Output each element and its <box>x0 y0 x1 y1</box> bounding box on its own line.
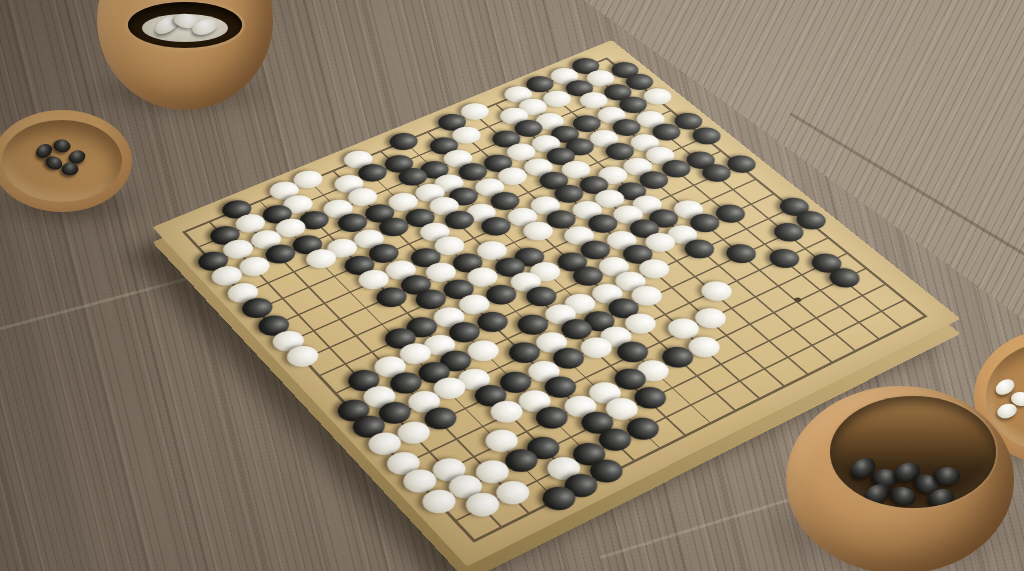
go-scene <box>0 0 1024 571</box>
black-stone-bowl[interactable] <box>786 386 1014 571</box>
lid-interior <box>2 120 122 202</box>
black-bowl-stone[interactable] <box>888 484 917 507</box>
black-bowl-stone[interactable] <box>934 467 961 486</box>
bowl-opening <box>128 2 242 48</box>
bowl-opening <box>830 396 996 508</box>
black-bowl-stone[interactable] <box>53 139 71 154</box>
black-bowl-stone[interactable] <box>61 162 78 176</box>
